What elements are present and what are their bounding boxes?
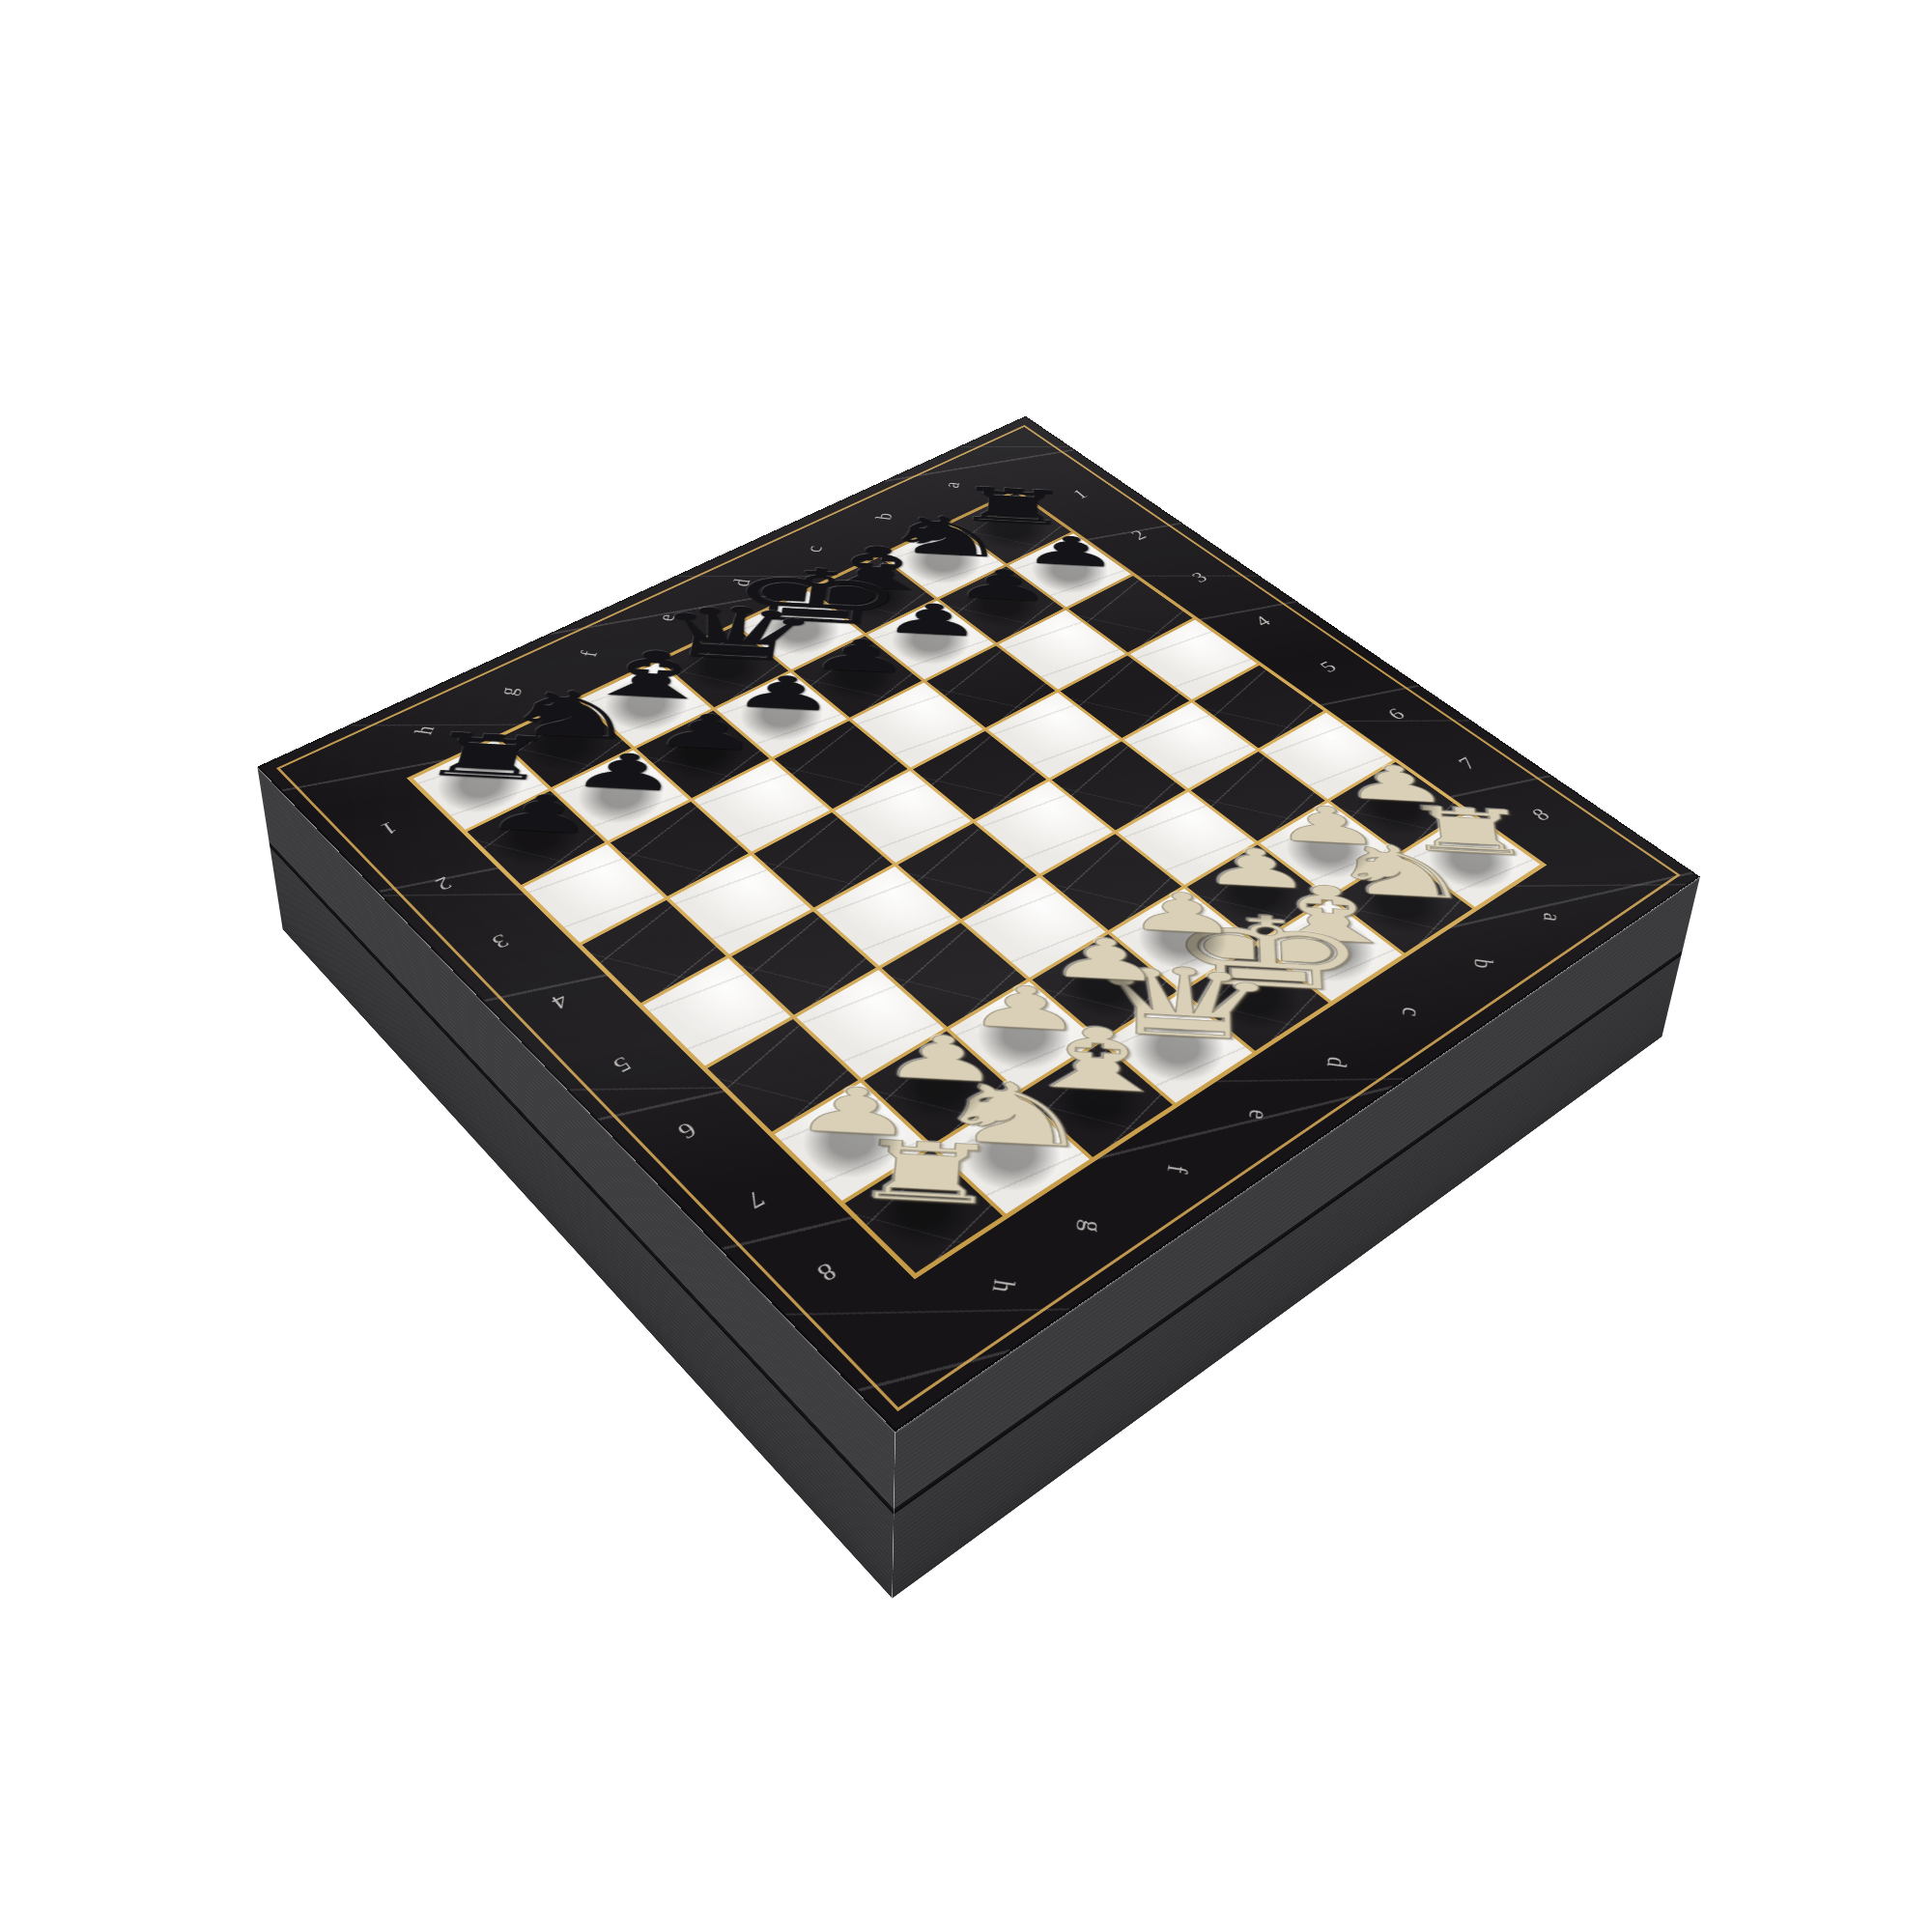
border-label-rank-2-near: 2 [417,866,469,900]
chess-board: 1122334455667788aabbccddeeffgghh ♜♞♝♚♛♝♞… [257,416,1699,1432]
border-label-file-f-near: f [1155,1150,1198,1188]
border-label-file-h-near: h [980,1265,1026,1308]
border-label-rank-5-far: 5 [1305,653,1352,682]
border-label-rank-6-far: 6 [1373,699,1421,729]
product-photo-scene: 1122334455667788aabbccddeeffgghh ♜♞♝♚♛♝♞… [0,0,1932,1932]
border-label-file-c-near: c [1392,995,1430,1030]
border-label-rank-3-near: 3 [473,923,526,959]
border-label-file-g-near: g [1069,1207,1114,1247]
border-label-rank-1-near: 1 [363,811,414,845]
border-label-file-a-near: a [1535,901,1570,933]
border-label-rank-4-far: 4 [1239,608,1286,636]
border-label-rank-3-far: 3 [1178,564,1223,590]
chess-box: 1122334455667788aabbccddeeffgghh ♜♞♝♚♛♝♞… [257,416,1699,1432]
border-label-rank-6-near: 6 [659,1109,716,1151]
border-label-rank-4-near: 4 [532,982,586,1021]
border-label-file-b-near: b [1465,947,1501,980]
border-label-rank-7-near: 7 [726,1178,785,1222]
border-label-file-d-near: d [1317,1044,1355,1080]
perspective-wrapper: 1122334455667788aabbccddeeffgghh ♜♞♝♚♛♝♞… [0,0,1932,1932]
border-label-rank-5-near: 5 [594,1044,650,1085]
border-label-rank-8-near: 8 [797,1249,857,1295]
border-label-file-e-near: e [1238,1096,1279,1134]
